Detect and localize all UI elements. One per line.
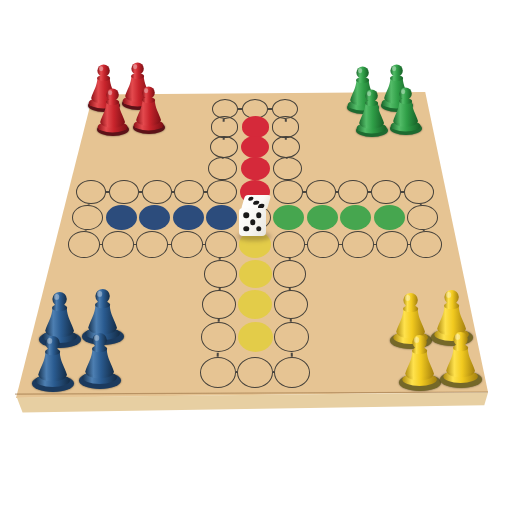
blue-pawn-4[interactable]	[78, 330, 121, 386]
blue-home-circle-r6c2[interactable]	[106, 205, 137, 231]
track-circle-r7c4[interactable]	[171, 231, 203, 258]
die-pip	[256, 226, 262, 232]
track-circle-r5c3[interactable]	[142, 180, 172, 204]
blue-home-circle-r6c4[interactable]	[173, 205, 204, 231]
blue-home-circle-r6c5[interactable]	[206, 205, 237, 231]
red-home-circle-r2c6[interactable]	[242, 116, 269, 137]
track-circle-r5c8[interactable]	[306, 180, 336, 204]
green-pawn-4[interactable]	[387, 85, 424, 133]
track-circle-r2c5[interactable]	[211, 116, 238, 137]
track-circle-r11c7[interactable]	[274, 357, 310, 388]
product-photo	[0, 0, 510, 510]
track-circle-r7c2[interactable]	[102, 231, 134, 258]
track-circle-r11c6[interactable]	[237, 357, 273, 388]
red-pawn-3[interactable]	[94, 86, 131, 134]
track-circle-r6c1[interactable]	[72, 205, 103, 231]
track-circle-r7c1[interactable]	[68, 231, 100, 258]
track-circle-r7c7[interactable]	[273, 231, 305, 258]
blue-home-circle-r6c3[interactable]	[139, 205, 170, 231]
track-circle-r8c5[interactable]	[204, 260, 237, 288]
track-circle-r10c7[interactable]	[274, 322, 309, 352]
track-circle-r2c7[interactable]	[272, 116, 299, 137]
die[interactable]	[239, 194, 271, 240]
yellow-pawn-4[interactable]	[439, 329, 482, 385]
track-circle-r7c11[interactable]	[410, 231, 442, 258]
green-pawn-3[interactable]	[353, 87, 390, 135]
track-connector	[291, 352, 293, 356]
yellow-pawn-3[interactable]	[398, 332, 441, 388]
track-circle-r3c5[interactable]	[210, 136, 238, 158]
track-circle-r5c11[interactable]	[404, 180, 434, 204]
track-circle-r5c2[interactable]	[109, 180, 139, 204]
red-pawn-4[interactable]	[130, 84, 167, 132]
track-circle-r8c7[interactable]	[273, 260, 306, 288]
track-circle-r9c7[interactable]	[274, 290, 308, 319]
die-pip	[243, 226, 249, 232]
blue-pawn-3[interactable]	[31, 333, 74, 389]
green-home-circle-r6c9[interactable]	[340, 205, 371, 231]
track-circle-r4c7[interactable]	[273, 157, 302, 180]
track-circle-r7c5[interactable]	[205, 231, 237, 258]
die-front-face	[239, 208, 266, 236]
track-circle-r7c10[interactable]	[376, 231, 408, 258]
track-circle-r3c7[interactable]	[272, 136, 300, 158]
track-circle-r11c5[interactable]	[200, 357, 236, 388]
green-home-circle-r6c10[interactable]	[374, 205, 405, 231]
track-circle-r5c7[interactable]	[273, 180, 303, 204]
track-circle-r7c9[interactable]	[342, 231, 374, 258]
yellow-home-circle-r8c6[interactable]	[239, 260, 272, 288]
green-home-circle-r6c7[interactable]	[273, 205, 304, 231]
red-home-circle-r4c6[interactable]	[241, 157, 270, 180]
track-circle-r6c11[interactable]	[407, 205, 438, 231]
green-home-circle-r6c8[interactable]	[307, 205, 338, 231]
track-circle-r5c1[interactable]	[76, 180, 106, 204]
die-pip	[256, 213, 262, 219]
die-pip	[250, 219, 256, 225]
yellow-home-circle-r10c6[interactable]	[238, 322, 273, 352]
die-pip	[243, 213, 249, 219]
yellow-home-circle-r9c6[interactable]	[238, 290, 272, 319]
red-home-circle-r3c6[interactable]	[241, 136, 269, 158]
